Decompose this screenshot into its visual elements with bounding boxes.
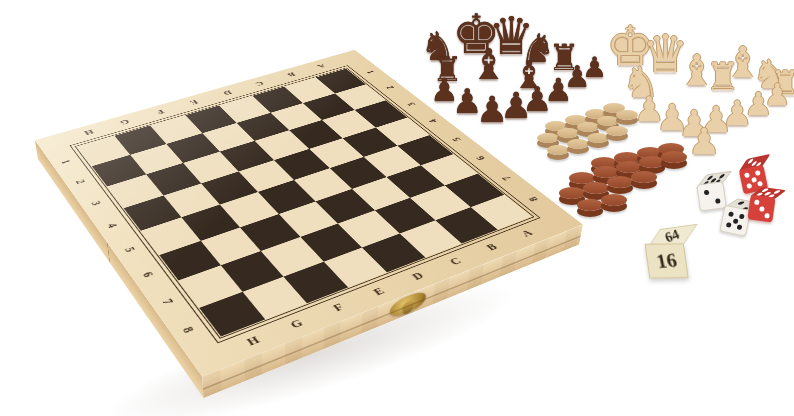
checker-disc-light [597, 116, 619, 126]
square-g6 [200, 227, 261, 265]
checker-disc-dark [559, 187, 585, 199]
coord-file-top: F [150, 107, 170, 117]
coord-file-top: E [184, 97, 204, 107]
die-pip [757, 181, 763, 187]
coord-rank-right: 6 [470, 152, 492, 164]
doubling-cube: 64 16 [643, 225, 696, 281]
die-pip [759, 206, 765, 212]
square-g7 [220, 251, 283, 292]
die-pip [732, 218, 738, 224]
checker-disc-light [577, 122, 599, 132]
checker-disc-light [606, 126, 628, 136]
product-photo: HH11GG22FF33EE44DD55CC66BB77AA88 ♞♚♛♞♜♜♝… [0, 0, 794, 416]
square-h8 [199, 292, 265, 337]
coord-rank-right: 5 [446, 133, 467, 145]
coord-file-bottom: C [443, 254, 468, 269]
checker-disc-light [616, 110, 638, 120]
die-pip [744, 172, 750, 178]
die-pip [755, 170, 761, 176]
coord-file-top: B [282, 70, 301, 79]
die-red-2 [747, 194, 775, 222]
checker-disc-light [567, 139, 589, 149]
square-c6 [351, 177, 410, 211]
coord-file-bottom: H [240, 332, 267, 350]
die-pip [764, 212, 770, 218]
chess-piece-dark-pawn: ♟ [582, 54, 607, 82]
square-f7 [261, 237, 323, 276]
die-pip [718, 174, 725, 179]
coord-rank-right: 1 [361, 67, 380, 77]
square-a8 [470, 195, 531, 230]
coord-rank-left: 5 [119, 242, 141, 257]
die-pip [714, 198, 720, 204]
square-d6 [315, 189, 374, 224]
square-d7 [338, 210, 399, 247]
chess-piece-light-pawn: ♟ [764, 80, 791, 110]
coord-rank-right: 3 [401, 99, 421, 110]
square-g5 [181, 205, 240, 241]
coord-file-bottom: A [514, 226, 539, 240]
checker-disc-light [557, 128, 579, 138]
die-white-2 [720, 205, 750, 235]
square-e8 [323, 247, 387, 287]
square-b8 [435, 207, 497, 243]
chess-piece-dark-bishop: ♝ [470, 44, 508, 86]
square-h5 [141, 217, 200, 254]
die-pip [751, 177, 757, 183]
checker-disc-dark [661, 151, 687, 163]
die-white-1 [696, 181, 724, 209]
coord-rank-left: 6 [137, 267, 160, 283]
square-e6 [278, 201, 338, 237]
coord-file-top: H [78, 127, 99, 138]
die-pip [725, 222, 731, 228]
chess-piece-light-pawn: ♟ [688, 124, 720, 160]
square-h6 [159, 241, 220, 281]
square-b7 [410, 186, 470, 220]
die-pip [772, 190, 780, 194]
die-front-face [747, 194, 775, 222]
checker-disc-dark [601, 194, 627, 206]
coord-file-bottom: G [283, 315, 310, 332]
coord-file-top: G [115, 117, 136, 127]
square-f6 [240, 214, 300, 251]
coord-rank-left: 7 [156, 293, 180, 310]
checker-disc-dark [577, 199, 603, 211]
die-pip [737, 201, 746, 205]
coord-file-bottom: B [479, 240, 504, 254]
square-h4 [124, 195, 181, 230]
die-pip [754, 199, 760, 205]
square-h7 [178, 265, 241, 307]
coord-rank-right: 8 [522, 193, 545, 207]
square-f8 [283, 262, 347, 304]
coord-rank-left: 4 [102, 218, 123, 233]
checker-disc-light [587, 133, 609, 143]
square-e7 [300, 224, 362, 262]
die-pip [746, 183, 752, 189]
checker-disc-light [537, 133, 559, 143]
checker-disc-dark [607, 176, 633, 188]
coord-file-bottom: F [325, 299, 351, 315]
coord-rank-right: 4 [423, 116, 443, 127]
square-c8 [399, 220, 462, 258]
coord-rank-left: 8 [176, 321, 200, 339]
coord-file-top: D [218, 88, 238, 98]
checker-disc-light [547, 145, 569, 155]
square-c7 [375, 198, 436, 234]
square-g8 [242, 276, 307, 319]
square-e5 [257, 180, 315, 214]
checker-disc-dark [583, 182, 609, 194]
square-g4 [163, 183, 220, 217]
checker-disc-dark [631, 171, 657, 183]
coord-file-top: C [250, 79, 270, 88]
die-pip [739, 213, 745, 219]
coord-file-top: A [312, 61, 331, 70]
square-d8 [362, 233, 425, 272]
doubling-cube-front-face: 16 [644, 243, 688, 278]
coord-file-bottom: E [366, 284, 392, 300]
die-pip [737, 225, 743, 231]
coord-rank-left: 3 [86, 196, 106, 210]
coord-rank-right: 2 [381, 83, 400, 93]
doubling-cube-front-value: 16 [645, 243, 689, 279]
coord-rank-left: 1 [56, 156, 75, 168]
die-front-face [719, 205, 751, 237]
coord-rank-left: 2 [71, 175, 91, 188]
coord-rank-right: 7 [495, 172, 517, 185]
square-f5 [220, 192, 278, 227]
die-pip [728, 211, 734, 217]
coord-file-bottom: D [405, 269, 431, 284]
die-pip [703, 189, 709, 195]
